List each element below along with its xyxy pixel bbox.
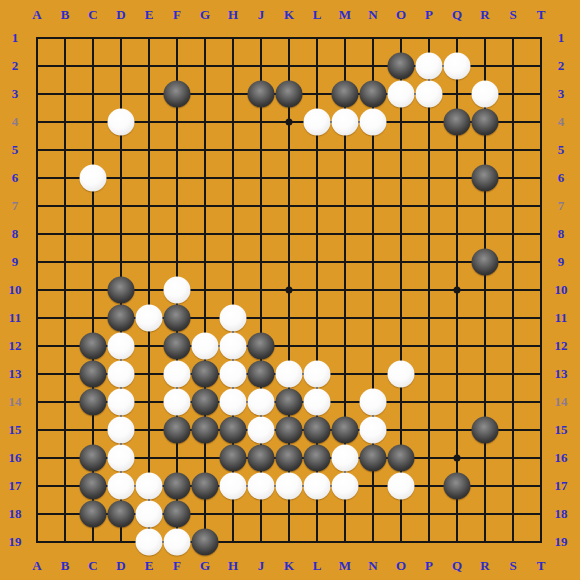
row-label-right-19: 19 [555,534,568,550]
row-label-left-15: 15 [9,422,22,438]
stone-white-H13[interactable] [220,361,247,388]
stone-black-G13[interactable] [192,361,219,388]
column-label-top-C: C [88,7,97,23]
column-label-top-O: O [396,7,406,23]
column-label-top-B: B [61,7,70,23]
column-label-bottom-E: E [145,558,154,574]
stone-black-G19[interactable] [192,529,219,556]
stone-white-F10[interactable] [164,277,191,304]
go-board: AABBCCDDEEFFGGHHJJKKLLMMNNOOPPQQRRSSTT11… [0,0,580,580]
stone-white-L17[interactable] [304,473,331,500]
row-label-right-18: 18 [555,506,568,522]
stone-white-M16[interactable] [332,445,359,472]
column-label-top-R: R [480,7,489,23]
column-label-bottom-C: C [88,558,97,574]
row-label-left-8: 8 [12,226,19,242]
grid-line-vertical [428,37,430,543]
row-label-right-12: 12 [555,338,568,354]
stone-black-D18[interactable] [108,501,135,528]
stone-black-F17[interactable] [164,473,191,500]
column-label-bottom-L: L [313,558,322,574]
row-label-left-2: 2 [12,58,19,74]
column-label-bottom-D: D [116,558,125,574]
stone-black-C14[interactable] [80,389,107,416]
stone-white-D16[interactable] [108,445,135,472]
stone-white-D13[interactable] [108,361,135,388]
stone-black-J13[interactable] [248,361,275,388]
column-label-bottom-O: O [396,558,406,574]
column-label-bottom-A: A [32,558,41,574]
column-label-top-M: M [339,7,351,23]
stone-white-J14[interactable] [248,389,275,416]
stone-white-D14[interactable] [108,389,135,416]
column-label-top-N: N [368,7,377,23]
stone-black-C17[interactable] [80,473,107,500]
row-label-left-19: 19 [9,534,22,550]
stone-black-N3[interactable] [360,81,387,108]
row-label-left-10: 10 [9,282,22,298]
row-label-left-3: 3 [12,86,19,102]
column-label-bottom-S: S [509,558,516,574]
grid-line-vertical [512,37,514,543]
row-label-left-6: 6 [12,170,19,186]
row-label-left-17: 17 [9,478,22,494]
stone-black-K3[interactable] [276,81,303,108]
row-label-right-1: 1 [558,30,565,46]
row-label-right-17: 17 [555,478,568,494]
stone-white-L4[interactable] [304,109,331,136]
stone-black-F18[interactable] [164,501,191,528]
stone-white-O17[interactable] [388,473,415,500]
stone-black-J12[interactable] [248,333,275,360]
stone-white-Q2[interactable] [444,53,471,80]
row-label-right-6: 6 [558,170,565,186]
row-label-right-4: 4 [558,114,565,130]
stone-black-C12[interactable] [80,333,107,360]
column-label-bottom-K: K [284,558,294,574]
stone-white-O3[interactable] [388,81,415,108]
stone-white-P3[interactable] [416,81,443,108]
stone-black-L15[interactable] [304,417,331,444]
stone-white-L13[interactable] [304,361,331,388]
stone-black-C18[interactable] [80,501,107,528]
row-label-right-14: 14 [555,394,568,410]
stone-white-D15[interactable] [108,417,135,444]
stone-white-M4[interactable] [332,109,359,136]
stone-white-P2[interactable] [416,53,443,80]
row-label-right-7: 7 [558,198,565,214]
row-label-right-2: 2 [558,58,565,74]
star-point-K4 [286,119,293,126]
star-point-Q16 [454,455,461,462]
stone-white-D4[interactable] [108,109,135,136]
stone-black-F12[interactable] [164,333,191,360]
row-label-left-4: 4 [12,114,19,130]
stone-white-J17[interactable] [248,473,275,500]
row-label-left-13: 13 [9,366,22,382]
stone-white-N4[interactable] [360,109,387,136]
row-label-left-11: 11 [9,310,21,326]
stone-black-Q17[interactable] [444,473,471,500]
stone-black-M3[interactable] [332,81,359,108]
stone-white-F19[interactable] [164,529,191,556]
stone-black-K16[interactable] [276,445,303,472]
column-label-top-L: L [313,7,322,23]
stone-black-D11[interactable] [108,305,135,332]
column-label-top-Q: Q [452,7,462,23]
star-point-K10 [286,287,293,294]
stone-white-F13[interactable] [164,361,191,388]
stone-white-C6[interactable] [80,165,107,192]
row-label-right-9: 9 [558,254,565,270]
column-label-bottom-G: G [200,558,210,574]
column-label-bottom-P: P [425,558,433,574]
stone-white-H14[interactable] [220,389,247,416]
column-label-top-G: G [200,7,210,23]
row-label-left-18: 18 [9,506,22,522]
column-label-bottom-J: J [258,558,265,574]
stone-black-J3[interactable] [248,81,275,108]
stone-black-G15[interactable] [192,417,219,444]
column-label-bottom-B: B [61,558,70,574]
column-label-bottom-T: T [537,558,546,574]
stone-black-D10[interactable] [108,277,135,304]
column-label-bottom-M: M [339,558,351,574]
column-label-bottom-Q: Q [452,558,462,574]
stone-black-C13[interactable] [80,361,107,388]
column-label-top-J: J [258,7,265,23]
column-label-top-T: T [537,7,546,23]
stone-white-J15[interactable] [248,417,275,444]
stone-white-E17[interactable] [136,473,163,500]
stone-black-R6[interactable] [472,165,499,192]
column-label-top-E: E [145,7,154,23]
column-label-top-S: S [509,7,516,23]
stone-white-H11[interactable] [220,305,247,332]
row-label-right-16: 16 [555,450,568,466]
stone-white-D12[interactable] [108,333,135,360]
stone-black-H16[interactable] [220,445,247,472]
stone-black-K14[interactable] [276,389,303,416]
row-label-left-12: 12 [9,338,22,354]
stone-black-F11[interactable] [164,305,191,332]
stone-black-F3[interactable] [164,81,191,108]
column-label-top-P: P [425,7,433,23]
stone-black-G17[interactable] [192,473,219,500]
column-label-top-H: H [228,7,238,23]
row-label-left-1: 1 [12,30,19,46]
column-label-bottom-R: R [480,558,489,574]
grid-line-horizontal [36,541,542,543]
stone-white-O13[interactable] [388,361,415,388]
column-label-bottom-N: N [368,558,377,574]
row-label-right-8: 8 [558,226,565,242]
stone-white-F14[interactable] [164,389,191,416]
stone-black-L16[interactable] [304,445,331,472]
stone-black-O2[interactable] [388,53,415,80]
stone-black-K15[interactable] [276,417,303,444]
stone-black-R4[interactable] [472,109,499,136]
stone-white-L14[interactable] [304,389,331,416]
stone-white-M17[interactable] [332,473,359,500]
stone-black-R15[interactable] [472,417,499,444]
stone-black-Q4[interactable] [444,109,471,136]
stone-white-G12[interactable] [192,333,219,360]
stone-black-O16[interactable] [388,445,415,472]
stone-black-N16[interactable] [360,445,387,472]
stone-black-H15[interactable] [220,417,247,444]
stone-white-H17[interactable] [220,473,247,500]
row-label-left-14: 14 [9,394,22,410]
stone-white-N15[interactable] [360,417,387,444]
stone-black-M15[interactable] [332,417,359,444]
stone-black-F15[interactable] [164,417,191,444]
column-label-top-K: K [284,7,294,23]
row-label-right-3: 3 [558,86,565,102]
stone-white-E19[interactable] [136,529,163,556]
stone-black-J16[interactable] [248,445,275,472]
stone-white-R3[interactable] [472,81,499,108]
stone-white-E18[interactable] [136,501,163,528]
column-label-bottom-F: F [173,558,181,574]
stone-white-H12[interactable] [220,333,247,360]
stone-white-N14[interactable] [360,389,387,416]
stone-white-K17[interactable] [276,473,303,500]
row-label-right-13: 13 [555,366,568,382]
row-label-left-9: 9 [12,254,19,270]
row-label-right-5: 5 [558,142,565,158]
stone-white-D17[interactable] [108,473,135,500]
row-label-left-16: 16 [9,450,22,466]
row-label-left-7: 7 [12,198,19,214]
column-label-top-F: F [173,7,181,23]
grid-line-vertical [540,37,542,543]
column-label-top-D: D [116,7,125,23]
column-label-top-A: A [32,7,41,23]
star-point-Q10 [454,287,461,294]
stone-black-G14[interactable] [192,389,219,416]
go-client-screenshot: { "game": "Go (19x19)", "board": { "size… [0,0,580,580]
stone-black-C16[interactable] [80,445,107,472]
row-label-right-10: 10 [555,282,568,298]
stone-white-K13[interactable] [276,361,303,388]
row-label-right-11: 11 [555,310,567,326]
row-label-left-5: 5 [12,142,19,158]
column-label-bottom-H: H [228,558,238,574]
stone-black-R9[interactable] [472,249,499,276]
row-label-right-15: 15 [555,422,568,438]
stone-white-E11[interactable] [136,305,163,332]
